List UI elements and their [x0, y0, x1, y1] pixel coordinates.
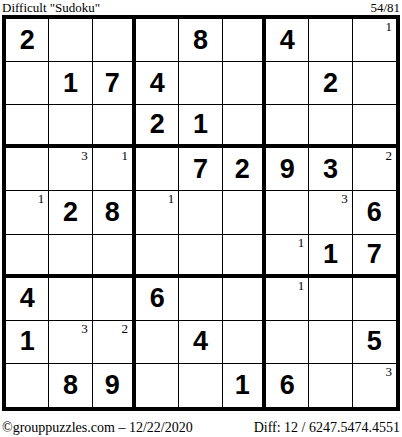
cell-r8c4[interactable]	[136, 321, 179, 364]
given-digit: 2	[150, 111, 165, 138]
cell-r1c6[interactable]	[223, 19, 266, 62]
cell-r3c3[interactable]	[93, 105, 136, 148]
given-digit: 3	[323, 156, 338, 183]
cell-r9c5[interactable]	[179, 364, 222, 407]
cell-r4c4[interactable]	[136, 148, 179, 191]
cell-r4c5[interactable]: 7	[179, 148, 222, 191]
cell-r7c9[interactable]	[353, 278, 396, 321]
cell-r8c1[interactable]: 1	[6, 321, 49, 364]
cell-r6c2[interactable]	[49, 235, 92, 278]
cell-r5c6[interactable]	[223, 191, 266, 234]
cell-r6c3[interactable]	[93, 235, 136, 278]
given-digit: 6	[280, 372, 295, 399]
puzzle-title: Difficult "Sudoku"	[2, 1, 100, 14]
cell-r3c4[interactable]: 2	[136, 105, 179, 148]
cell-r4c9[interactable]: 2	[353, 148, 396, 191]
cell-r7c2[interactable]	[49, 278, 92, 321]
given-digit: 9	[280, 156, 295, 183]
given-digit: 4	[150, 70, 165, 97]
pencil-mark: 1	[121, 149, 128, 162]
cell-r4c7[interactable]: 9	[266, 148, 309, 191]
cell-r1c3[interactable]	[93, 19, 136, 62]
cell-r8c8[interactable]	[309, 321, 352, 364]
given-digit: 8	[63, 372, 78, 399]
cell-r5c4[interactable]: 1	[136, 191, 179, 234]
pencil-mark: 1	[38, 192, 45, 205]
given-digit: 2	[63, 199, 78, 226]
cell-r5c8[interactable]: 3	[309, 191, 352, 234]
cell-r2c2[interactable]: 1	[49, 62, 92, 105]
cell-r2c8[interactable]: 2	[309, 62, 352, 105]
pencil-mark: 1	[298, 279, 305, 292]
pencil-mark: 3	[81, 149, 88, 162]
pencil-mark: 1	[298, 236, 305, 249]
difficulty-text: Diff: 12 / 6247.5474.4551	[254, 420, 400, 435]
given-digit: 2	[20, 27, 35, 54]
cell-r1c8[interactable]	[309, 19, 352, 62]
cell-r1c9[interactable]: 1	[353, 19, 396, 62]
cell-r5c3[interactable]: 8	[93, 191, 136, 234]
cell-r6c1[interactable]	[6, 235, 49, 278]
cell-r4c3[interactable]: 1	[93, 148, 136, 191]
sudoku-grid: 284117422131729321281361174611324589163	[2, 15, 400, 411]
cell-r2c4[interactable]: 4	[136, 62, 179, 105]
cell-r6c8[interactable]: 1	[309, 235, 352, 278]
pencil-mark: 1	[385, 20, 392, 33]
given-digit: 7	[367, 241, 382, 268]
pencil-mark: 3	[81, 322, 88, 335]
cell-r1c2[interactable]	[49, 19, 92, 62]
cell-r7c1[interactable]: 4	[6, 278, 49, 321]
cell-r4c8[interactable]: 3	[309, 148, 352, 191]
given-digit: 9	[105, 372, 120, 399]
cell-r3c5[interactable]: 1	[179, 105, 222, 148]
header: Difficult "Sudoku" 54/81	[0, 0, 402, 15]
given-digit: 2	[323, 70, 338, 97]
cell-r3c8[interactable]	[309, 105, 352, 148]
cell-r5c5[interactable]	[179, 191, 222, 234]
cell-r5c1[interactable]: 1	[6, 191, 49, 234]
pencil-mark: 2	[385, 149, 392, 162]
cell-r8c7[interactable]	[266, 321, 309, 364]
cell-r2c9[interactable]	[353, 62, 396, 105]
given-digit: 1	[323, 241, 338, 268]
given-digit: 6	[367, 199, 382, 226]
footer: ©grouppuzzles.com – 12/22/2020 Diff: 12 …	[0, 420, 402, 435]
cell-r4c2[interactable]: 3	[49, 148, 92, 191]
cell-r9c7[interactable]: 6	[266, 364, 309, 407]
cell-r7c7[interactable]: 1	[266, 278, 309, 321]
cell-r5c2[interactable]: 2	[49, 191, 92, 234]
cell-r3c6[interactable]	[223, 105, 266, 148]
pencil-mark: 3	[385, 365, 392, 378]
given-digit: 5	[367, 328, 382, 355]
pencil-mark: 2	[121, 322, 128, 335]
cell-r6c5[interactable]	[179, 235, 222, 278]
cell-r3c7[interactable]	[266, 105, 309, 148]
given-digit: 1	[235, 372, 250, 399]
cell-r2c7[interactable]	[266, 62, 309, 105]
cell-r6c4[interactable]	[136, 235, 179, 278]
given-digit: 8	[105, 199, 120, 226]
cell-r2c6[interactable]	[223, 62, 266, 105]
cell-r9c6[interactable]: 1	[223, 364, 266, 407]
cell-r3c2[interactable]	[49, 105, 92, 148]
cell-r1c5[interactable]: 8	[179, 19, 222, 62]
cell-r1c7[interactable]: 4	[266, 19, 309, 62]
cell-r2c1[interactable]	[6, 62, 49, 105]
cell-r2c5[interactable]	[179, 62, 222, 105]
cell-r7c5[interactable]	[179, 278, 222, 321]
given-digit: 1	[20, 328, 35, 355]
given-digit: 8	[193, 27, 208, 54]
given-digit: 1	[63, 70, 78, 97]
cell-r8c3[interactable]: 2	[93, 321, 136, 364]
pencil-mark: 1	[168, 192, 175, 205]
given-digit: 4	[20, 285, 35, 312]
cell-r9c2[interactable]: 8	[49, 364, 92, 407]
cell-r5c9[interactable]: 6	[353, 191, 396, 234]
given-digit: 4	[193, 328, 208, 355]
cell-r1c1[interactable]: 2	[6, 19, 49, 62]
cell-r9c9[interactable]: 3	[353, 364, 396, 407]
cell-r6c9[interactable]: 7	[353, 235, 396, 278]
pencil-mark: 3	[341, 192, 348, 205]
cell-r1c4[interactable]	[136, 19, 179, 62]
cell-r8c5[interactable]: 4	[179, 321, 222, 364]
given-digit: 7	[193, 156, 208, 183]
cells-remaining-counter: 54/81	[370, 1, 400, 14]
cell-r6c6[interactable]	[223, 235, 266, 278]
cell-r9c8[interactable]	[309, 364, 352, 407]
given-digit: 7	[105, 70, 120, 97]
cell-r3c9[interactable]	[353, 105, 396, 148]
copyright-text: ©grouppuzzles.com – 12/22/2020	[2, 420, 193, 435]
cell-r9c1[interactable]	[6, 364, 49, 407]
given-digit: 1	[193, 111, 208, 138]
cell-r6c7[interactable]: 1	[266, 235, 309, 278]
cell-r8c9[interactable]: 5	[353, 321, 396, 364]
cell-r4c6[interactable]: 2	[223, 148, 266, 191]
cell-r8c6[interactable]	[223, 321, 266, 364]
cell-r3c1[interactable]	[6, 105, 49, 148]
given-digit: 6	[150, 285, 165, 312]
cell-r9c4[interactable]	[136, 364, 179, 407]
given-digit: 2	[235, 156, 250, 183]
cell-r5c7[interactable]	[266, 191, 309, 234]
cell-r7c8[interactable]	[309, 278, 352, 321]
cell-r8c2[interactable]: 3	[49, 321, 92, 364]
cell-r7c6[interactable]	[223, 278, 266, 321]
cell-r2c3[interactable]: 7	[93, 62, 136, 105]
given-digit: 4	[280, 27, 295, 54]
cell-r7c4[interactable]: 6	[136, 278, 179, 321]
cell-r7c3[interactable]	[93, 278, 136, 321]
cell-r9c3[interactable]: 9	[93, 364, 136, 407]
cell-r4c1[interactable]	[6, 148, 49, 191]
